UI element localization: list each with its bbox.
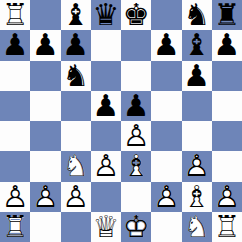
square-d6[interactable] <box>91 61 121 91</box>
square-c3[interactable]: ♞♘ <box>61 151 91 181</box>
piece-outline-layer: ♗ <box>121 151 151 181</box>
square-f6[interactable] <box>151 61 181 91</box>
piece-outline-layer: ♖ <box>212 212 242 242</box>
square-e4[interactable]: ♟♙ <box>121 121 151 151</box>
piece-outline-layer: ♙ <box>182 151 212 181</box>
black-pawn-g6[interactable]: ♟ <box>182 61 212 91</box>
square-b2[interactable]: ♟♙ <box>30 182 60 212</box>
piece-outline-layer: ♙ <box>0 182 30 212</box>
piece-outline-layer: ♙ <box>30 182 60 212</box>
white-king-e1[interactable]: ♚♔ <box>121 212 151 242</box>
square-h8[interactable]: ♜ <box>212 0 242 30</box>
black-rook-h8[interactable]: ♜ <box>212 0 242 30</box>
square-e7[interactable] <box>121 30 151 60</box>
white-pawn-b2[interactable]: ♟♙ <box>30 182 60 212</box>
white-bishop-g2[interactable]: ♝♗ <box>182 182 212 212</box>
square-b7[interactable]: ♟ <box>30 30 60 60</box>
piece-outline-layer: ♘ <box>61 151 91 181</box>
black-pawn-b7[interactable]: ♟ <box>30 30 60 60</box>
square-d7[interactable] <box>91 30 121 60</box>
square-c6[interactable]: ♞ <box>61 61 91 91</box>
piece-outline-layer: ♙ <box>121 121 151 151</box>
black-king-e8[interactable]: ♚ <box>121 0 151 30</box>
white-knight-c3[interactable]: ♞♘ <box>61 151 91 181</box>
square-d2[interactable] <box>91 182 121 212</box>
square-a8[interactable]: ♜♖ <box>0 0 30 30</box>
square-d8[interactable]: ♛ <box>91 0 121 30</box>
white-rook-a8[interactable]: ♜♖ <box>0 0 30 30</box>
square-h6[interactable] <box>212 61 242 91</box>
square-b1[interactable] <box>30 212 60 242</box>
square-b8[interactable] <box>30 0 60 30</box>
black-pawn-h7[interactable]: ♟ <box>212 30 242 60</box>
square-c4[interactable] <box>61 121 91 151</box>
white-pawn-d3[interactable]: ♟♙ <box>91 151 121 181</box>
square-c7[interactable]: ♟ <box>61 30 91 60</box>
white-pawn-e4[interactable]: ♟♙ <box>121 121 151 151</box>
white-rook-a1[interactable]: ♜♖ <box>0 212 30 242</box>
piece-outline-layer: ♙ <box>61 182 91 212</box>
black-pawn-c7[interactable]: ♟ <box>61 30 91 60</box>
square-e2[interactable] <box>121 182 151 212</box>
square-f5[interactable] <box>151 91 181 121</box>
piece-outline-layer: ♕ <box>91 212 121 242</box>
square-e6[interactable] <box>121 61 151 91</box>
square-f8[interactable] <box>151 0 181 30</box>
square-d5[interactable]: ♟ <box>91 91 121 121</box>
square-e3[interactable]: ♝♗ <box>121 151 151 181</box>
piece-outline-layer: ♘ <box>182 212 212 242</box>
square-d3[interactable]: ♟♙ <box>91 151 121 181</box>
square-g5[interactable] <box>182 91 212 121</box>
square-a7[interactable]: ♟ <box>0 30 30 60</box>
white-bishop-e3[interactable]: ♝♗ <box>121 151 151 181</box>
square-g3[interactable]: ♟♙ <box>182 151 212 181</box>
square-g6[interactable]: ♟ <box>182 61 212 91</box>
square-h2[interactable]: ♟♙ <box>212 182 242 212</box>
piece-outline-layer: ♙ <box>151 182 181 212</box>
square-a2[interactable]: ♟♙ <box>0 182 30 212</box>
square-h4[interactable] <box>212 121 242 151</box>
square-e5[interactable]: ♟ <box>121 91 151 121</box>
square-g1[interactable]: ♞♘ <box>182 212 212 242</box>
square-h1[interactable]: ♜♖ <box>212 212 242 242</box>
piece-outline-layer: ♙ <box>91 151 121 181</box>
white-pawn-h2[interactable]: ♟♙ <box>212 182 242 212</box>
black-pawn-e5[interactable]: ♟ <box>121 91 151 121</box>
black-bishop-c8[interactable]: ♝ <box>61 0 91 30</box>
white-knight-g1[interactable]: ♞♘ <box>182 212 212 242</box>
square-f2[interactable]: ♟♙ <box>151 182 181 212</box>
white-queen-d1[interactable]: ♛♕ <box>91 212 121 242</box>
square-c1[interactable] <box>61 212 91 242</box>
piece-outline-layer: ♖ <box>0 0 30 30</box>
square-a6[interactable] <box>0 61 30 91</box>
square-h5[interactable] <box>212 91 242 121</box>
white-rook-h1[interactable]: ♜♖ <box>212 212 242 242</box>
square-g2[interactable]: ♝♗ <box>182 182 212 212</box>
square-a1[interactable]: ♜♖ <box>0 212 30 242</box>
square-b5[interactable] <box>30 91 60 121</box>
piece-outline-layer: ♗ <box>182 182 212 212</box>
square-c5[interactable] <box>61 91 91 121</box>
square-d4[interactable] <box>91 121 121 151</box>
piece-outline-layer: ♙ <box>212 182 242 212</box>
white-pawn-c2[interactable]: ♟♙ <box>61 182 91 212</box>
black-pawn-a7[interactable]: ♟ <box>0 30 30 60</box>
square-f1[interactable] <box>151 212 181 242</box>
square-e1[interactable]: ♚♔ <box>121 212 151 242</box>
black-pawn-f7[interactable]: ♟ <box>151 30 181 60</box>
white-pawn-g3[interactable]: ♟♙ <box>182 151 212 181</box>
black-pawn-d5[interactable]: ♟ <box>91 91 121 121</box>
square-b6[interactable] <box>30 61 60 91</box>
square-g8[interactable]: ♞ <box>182 0 212 30</box>
square-f4[interactable] <box>151 121 181 151</box>
black-bishop-g7[interactable]: ♝ <box>182 30 212 60</box>
square-b4[interactable] <box>30 121 60 151</box>
square-a3[interactable] <box>0 151 30 181</box>
square-d1[interactable]: ♛♕ <box>91 212 121 242</box>
square-h7[interactable]: ♟ <box>212 30 242 60</box>
white-pawn-f2[interactable]: ♟♙ <box>151 182 181 212</box>
black-knight-g8[interactable]: ♞ <box>182 0 212 30</box>
square-b3[interactable] <box>30 151 60 181</box>
square-h3[interactable] <box>212 151 242 181</box>
square-a4[interactable] <box>0 121 30 151</box>
square-e8[interactable]: ♚ <box>121 0 151 30</box>
square-g4[interactable] <box>182 121 212 151</box>
piece-outline-layer: ♖ <box>0 212 30 242</box>
square-a5[interactable] <box>0 91 30 121</box>
square-f7[interactable]: ♟ <box>151 30 181 60</box>
white-pawn-a2[interactable]: ♟♙ <box>0 182 30 212</box>
square-c2[interactable]: ♟♙ <box>61 182 91 212</box>
black-queen-d8[interactable]: ♛ <box>91 0 121 30</box>
square-g7[interactable]: ♝ <box>182 30 212 60</box>
square-c8[interactable]: ♝ <box>61 0 91 30</box>
black-knight-c6[interactable]: ♞ <box>61 61 91 91</box>
piece-outline-layer: ♔ <box>121 212 151 242</box>
chess-board: ♜♖♝♛♚♞♜♟♟♟♟♝♟♞♟♟♟♟♙♞♘♟♙♝♗♟♙♟♙♟♙♟♙♟♙♝♗♟♙♜… <box>0 0 242 242</box>
square-f3[interactable] <box>151 151 181 181</box>
